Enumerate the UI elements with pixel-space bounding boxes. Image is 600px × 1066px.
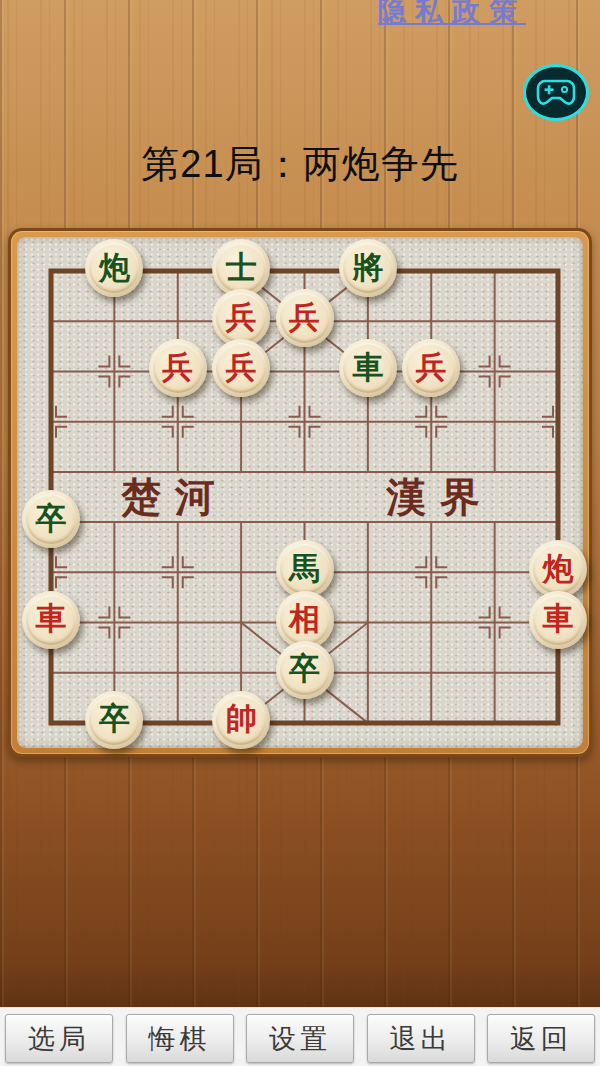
piece-red-cannon[interactable]: 炮 [529,540,587,598]
piece-face: 兵 [280,293,330,343]
piece-character: 兵 [289,302,320,333]
settings-button[interactable]: 设置 [246,1014,354,1063]
piece-character: 卒 [289,653,320,684]
piece-character: 兵 [416,352,447,383]
bottom-toolbar: 选局悔棋设置退出返回 [0,1007,600,1066]
piece-face: 車 [26,595,76,645]
piece-red-chariot[interactable]: 車 [22,591,80,649]
puzzle-title: 第21局：两炮争先 [0,139,600,190]
piece-face: 兵 [153,343,203,393]
select-game-button[interactable]: 选局 [5,1014,113,1063]
river-label-left: 楚河 [121,470,229,525]
river-label-right: 漢界 [386,470,494,525]
piece-green-horse[interactable]: 馬 [276,540,334,598]
piece-character: 炮 [543,553,574,584]
piece-red-general[interactable]: 帥 [212,691,270,749]
piece-character: 相 [289,603,320,634]
piece-face: 卒 [280,645,330,695]
piece-red-soldier[interactable]: 兵 [276,289,334,347]
piece-character: 將 [352,252,383,283]
undo-move-button[interactable]: 悔棋 [126,1014,234,1063]
exit-button[interactable]: 退出 [367,1014,475,1063]
piece-character: 炮 [99,252,130,283]
piece-face: 車 [343,343,393,393]
piece-character: 馬 [289,553,320,584]
piece-character: 卒 [36,503,67,534]
gamepad-icon [536,78,576,108]
piece-face: 車 [533,595,583,645]
piece-face: 兵 [216,343,266,393]
piece-face: 士 [216,243,266,293]
piece-face: 兵 [406,343,456,393]
piece-red-soldier[interactable]: 兵 [149,339,207,397]
piece-green-general[interactable]: 將 [339,239,397,297]
piece-character: 車 [36,603,67,634]
piece-character: 車 [352,352,383,383]
privacy-policy-link[interactable]: 隐私政策 [378,0,526,31]
piece-red-chariot[interactable]: 車 [529,591,587,649]
piece-face: 馬 [280,544,330,594]
piece-face: 帥 [216,695,266,745]
gamepad-button[interactable] [523,64,589,121]
piece-character: 車 [543,603,574,634]
piece-character: 士 [226,252,257,283]
back-button[interactable]: 返回 [487,1014,595,1063]
piece-character: 帥 [226,703,257,734]
piece-green-soldier[interactable]: 卒 [22,490,80,548]
piece-face: 相 [280,595,330,645]
river-band: 楚河 漢界 [51,474,558,520]
piece-face: 兵 [216,293,266,343]
piece-green-chariot[interactable]: 車 [339,339,397,397]
piece-green-soldier[interactable]: 卒 [276,641,334,699]
piece-green-cannon[interactable]: 炮 [85,239,143,297]
piece-face: 炮 [533,544,583,594]
piece-character: 兵 [162,352,193,383]
piece-character: 兵 [226,352,257,383]
piece-face: 卒 [26,494,76,544]
piece-face: 炮 [89,243,139,293]
piece-face: 卒 [89,695,139,745]
piece-character: 兵 [226,302,257,333]
piece-green-soldier[interactable]: 卒 [85,691,143,749]
piece-face: 將 [343,243,393,293]
piece-red-elephant[interactable]: 相 [276,591,334,649]
xiangqi-board[interactable]: 楚河 漢界 炮士將兵兵兵兵車兵卒馬炮車相車卒卒帥 [8,228,592,757]
xiangqi-app-screen: { "game": "xiangqi", "position": { "fen"… [0,0,600,1066]
piece-character: 卒 [99,703,130,734]
